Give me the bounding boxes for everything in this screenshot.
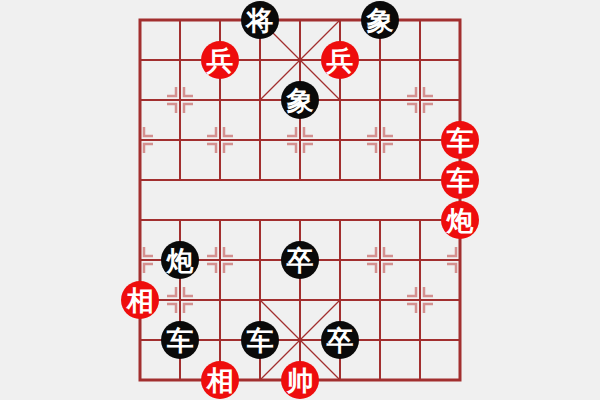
black-chariot[interactable]: 车 bbox=[161, 321, 199, 359]
xiangqi-board: 将象兵兵象车车炮炮卒相车车卒相帅 bbox=[0, 0, 600, 400]
black-chariot[interactable]: 车 bbox=[241, 321, 279, 359]
red-chariot[interactable]: 车 bbox=[441, 121, 479, 159]
red-pawn[interactable]: 兵 bbox=[201, 41, 239, 79]
black-cannon[interactable]: 炮 bbox=[161, 241, 199, 279]
black-general[interactable]: 将 bbox=[241, 1, 279, 39]
black-pawn[interactable]: 卒 bbox=[321, 321, 359, 359]
red-general[interactable]: 帅 bbox=[281, 361, 319, 399]
red-elephant[interactable]: 相 bbox=[201, 361, 239, 399]
red-pawn[interactable]: 兵 bbox=[321, 41, 359, 79]
black-pawn[interactable]: 卒 bbox=[281, 241, 319, 279]
black-elephant[interactable]: 象 bbox=[361, 1, 399, 39]
red-chariot[interactable]: 车 bbox=[441, 161, 479, 199]
red-cannon[interactable]: 炮 bbox=[441, 201, 479, 239]
red-elephant[interactable]: 相 bbox=[121, 281, 159, 319]
black-elephant[interactable]: 象 bbox=[281, 81, 319, 119]
pieces-layer: 将象兵兵象车车炮炮卒相车车卒相帅 bbox=[0, 0, 600, 400]
